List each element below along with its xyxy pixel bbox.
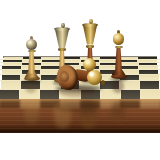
- square-h7: [137, 60, 156, 62]
- black-pawn-piece: ♟: [109, 31, 128, 81]
- square-a5: [2, 66, 21, 69]
- piece-finial: [61, 23, 65, 28]
- piece-column: [114, 48, 124, 72]
- brass-urn-crown: [83, 25, 98, 45]
- pewter-urn-crown: [55, 29, 70, 49]
- white-pawn-piece: ♙: [22, 37, 41, 83]
- urn-rim: [54, 27, 70, 31]
- square-a7: [3, 60, 21, 62]
- piece-collar-ring: [115, 46, 123, 49]
- brass-ball-top: [113, 33, 125, 45]
- fallen-pieces-reflection: [56, 101, 98, 112]
- chess-set-photo: ♙ ♔ ♚ ♟: [0, 0, 160, 160]
- square-a6: [3, 63, 21, 65]
- square-a3: [2, 75, 21, 81]
- square-reflection: [140, 100, 160, 108]
- square-h4: [138, 70, 158, 74]
- pewter-ball-top: [26, 39, 37, 50]
- fallen-brass-ball-front: [87, 70, 102, 85]
- square-h3: [139, 75, 159, 81]
- square-a8: [4, 57, 22, 59]
- fallen-pieces-cluster: ♟ ♟: [54, 57, 104, 93]
- square-h5: [138, 66, 158, 69]
- urn-rim: [82, 23, 98, 27]
- square-a4: [2, 70, 21, 74]
- square-a2: [1, 81, 20, 89]
- piece-finial: [89, 19, 93, 24]
- piece-column: [27, 52, 37, 74]
- black-pawn-reflection: [111, 102, 125, 123]
- fallen-piece-finial: [101, 80, 105, 85]
- square-reflection: [0, 100, 20, 108]
- square-h2: [139, 81, 159, 89]
- square-h8: [137, 57, 156, 59]
- piece-collar-ring: [86, 45, 94, 48]
- square-h6: [138, 63, 157, 65]
- black-pawn-surface-reflection: [112, 79, 124, 93]
- white-pawn-reflection: [24, 102, 39, 124]
